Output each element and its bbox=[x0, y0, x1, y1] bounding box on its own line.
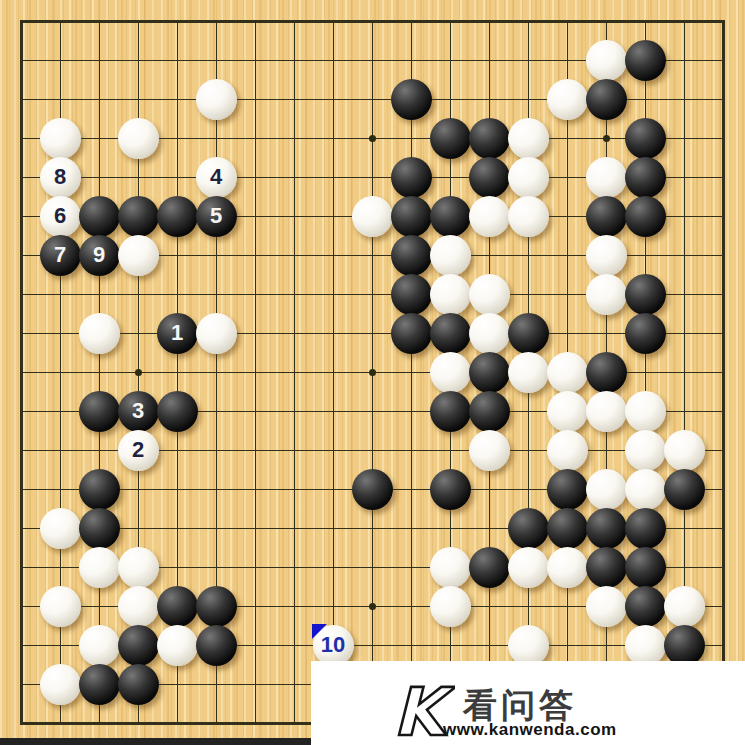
black-stone bbox=[586, 547, 627, 588]
black-stone bbox=[79, 508, 120, 549]
black-stone bbox=[625, 547, 666, 588]
black-stone bbox=[430, 118, 471, 159]
white-stone bbox=[79, 313, 120, 354]
white-stone bbox=[508, 118, 549, 159]
white-stone bbox=[586, 391, 627, 432]
black-stone bbox=[79, 469, 120, 510]
black-stone bbox=[430, 391, 471, 432]
move-number-label: 8 bbox=[54, 166, 66, 188]
black-stone bbox=[664, 469, 705, 510]
black-stone bbox=[352, 469, 393, 510]
black-stone: 3 bbox=[118, 391, 159, 432]
black-stone bbox=[625, 157, 666, 198]
white-stone bbox=[118, 235, 159, 276]
last-move-marker bbox=[312, 624, 327, 639]
white-stone bbox=[625, 430, 666, 471]
white-stone bbox=[430, 352, 471, 393]
black-stone bbox=[625, 313, 666, 354]
white-stone bbox=[352, 196, 393, 237]
white-stone bbox=[430, 274, 471, 315]
black-stone: 5 bbox=[196, 196, 237, 237]
black-stone bbox=[469, 547, 510, 588]
white-stone bbox=[40, 664, 81, 705]
white-stone: 4 bbox=[196, 157, 237, 198]
white-stone bbox=[547, 430, 588, 471]
black-stone bbox=[196, 586, 237, 627]
white-stone bbox=[508, 625, 549, 666]
black-stone bbox=[469, 118, 510, 159]
board-bottom-edge-shadow bbox=[0, 738, 312, 745]
white-stone bbox=[547, 79, 588, 120]
black-stone bbox=[391, 79, 432, 120]
black-stone bbox=[196, 625, 237, 666]
black-stone bbox=[625, 118, 666, 159]
white-stone bbox=[625, 625, 666, 666]
white-stone bbox=[508, 547, 549, 588]
black-stone bbox=[469, 352, 510, 393]
black-stone bbox=[391, 274, 432, 315]
white-stone bbox=[118, 547, 159, 588]
go-board[interactable]: 84657913210 bbox=[0, 0, 745, 745]
white-stone bbox=[157, 625, 198, 666]
black-stone: 9 bbox=[79, 235, 120, 276]
watermark-panel: K 看问答 www.kanwenda.com bbox=[311, 661, 745, 745]
black-stone bbox=[391, 157, 432, 198]
black-stone bbox=[586, 79, 627, 120]
black-stone bbox=[625, 274, 666, 315]
black-stone bbox=[79, 196, 120, 237]
move-number-label: 3 bbox=[132, 400, 144, 422]
white-stone bbox=[547, 352, 588, 393]
white-stone bbox=[469, 313, 510, 354]
white-stone bbox=[79, 547, 120, 588]
black-stone bbox=[469, 391, 510, 432]
black-stone bbox=[625, 586, 666, 627]
white-stone bbox=[586, 586, 627, 627]
black-stone bbox=[625, 40, 666, 81]
black-stone bbox=[469, 157, 510, 198]
white-stone bbox=[469, 430, 510, 471]
black-stone bbox=[547, 469, 588, 510]
black-stone bbox=[391, 313, 432, 354]
white-stone bbox=[40, 508, 81, 549]
black-stone bbox=[508, 508, 549, 549]
star-point bbox=[369, 135, 376, 142]
black-stone bbox=[586, 196, 627, 237]
move-number-label: 5 bbox=[210, 205, 222, 227]
white-stone bbox=[586, 274, 627, 315]
white-stone bbox=[547, 547, 588, 588]
move-number-label: 9 bbox=[93, 244, 105, 266]
move-number-label: 4 bbox=[210, 166, 222, 188]
white-stone bbox=[469, 274, 510, 315]
grid-line-vertical bbox=[722, 20, 725, 725]
star-point bbox=[369, 603, 376, 610]
black-stone: 1 bbox=[157, 313, 198, 354]
black-stone bbox=[586, 352, 627, 393]
black-stone bbox=[508, 313, 549, 354]
black-stone bbox=[118, 196, 159, 237]
watermark-url: www.kanwenda.com bbox=[443, 720, 617, 740]
white-stone bbox=[40, 118, 81, 159]
white-stone bbox=[586, 469, 627, 510]
black-stone bbox=[157, 196, 198, 237]
white-stone bbox=[430, 547, 471, 588]
white-stone bbox=[547, 391, 588, 432]
white-stone bbox=[79, 625, 120, 666]
grid-line-vertical bbox=[411, 20, 412, 725]
black-stone bbox=[118, 625, 159, 666]
white-stone bbox=[118, 586, 159, 627]
white-stone bbox=[430, 586, 471, 627]
move-number-label: 7 bbox=[54, 244, 66, 266]
star-point bbox=[369, 369, 376, 376]
white-stone bbox=[508, 352, 549, 393]
black-stone bbox=[430, 469, 471, 510]
black-stone bbox=[391, 235, 432, 276]
black-stone: 7 bbox=[40, 235, 81, 276]
white-stone bbox=[586, 235, 627, 276]
white-stone bbox=[430, 235, 471, 276]
white-stone: 2 bbox=[118, 430, 159, 471]
white-stone bbox=[196, 79, 237, 120]
white-stone bbox=[469, 196, 510, 237]
white-stone bbox=[508, 157, 549, 198]
black-stone bbox=[118, 664, 159, 705]
white-stone bbox=[625, 391, 666, 432]
black-stone bbox=[157, 391, 198, 432]
black-stone bbox=[586, 508, 627, 549]
white-stone bbox=[625, 469, 666, 510]
star-point bbox=[603, 135, 610, 142]
white-stone bbox=[586, 40, 627, 81]
black-stone bbox=[430, 196, 471, 237]
move-number-label: 6 bbox=[54, 205, 66, 227]
white-stone bbox=[40, 586, 81, 627]
white-stone bbox=[664, 586, 705, 627]
black-stone bbox=[664, 625, 705, 666]
black-stone bbox=[625, 196, 666, 237]
move-number-label: 1 bbox=[171, 322, 183, 344]
black-stone bbox=[547, 508, 588, 549]
black-stone bbox=[391, 196, 432, 237]
white-stone: 6 bbox=[40, 196, 81, 237]
black-stone bbox=[625, 508, 666, 549]
black-stone bbox=[430, 313, 471, 354]
black-stone bbox=[79, 391, 120, 432]
black-stone bbox=[79, 664, 120, 705]
white-stone bbox=[196, 313, 237, 354]
white-stone bbox=[586, 157, 627, 198]
white-stone bbox=[508, 196, 549, 237]
move-number-label: 2 bbox=[132, 439, 144, 461]
star-point bbox=[135, 369, 142, 376]
white-stone: 8 bbox=[40, 157, 81, 198]
black-stone bbox=[157, 586, 198, 627]
screenshot-stage: 84657913210 K 看问答 www.kanwenda.com bbox=[0, 0, 745, 745]
white-stone bbox=[664, 430, 705, 471]
white-stone bbox=[118, 118, 159, 159]
